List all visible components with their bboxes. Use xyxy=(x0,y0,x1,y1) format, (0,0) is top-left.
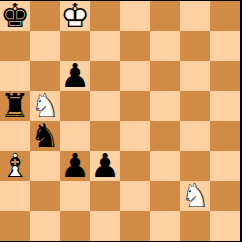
piece-white-bishop[interactable]: ♝♗ xyxy=(0,151,30,181)
square-e1[interactable] xyxy=(120,211,150,241)
square-d5[interactable] xyxy=(90,91,120,121)
square-h6[interactable] xyxy=(210,61,240,91)
square-c5[interactable] xyxy=(60,91,90,121)
piece-fill-glyph: ♞ xyxy=(30,121,60,151)
square-d6[interactable] xyxy=(90,61,120,91)
square-e3[interactable] xyxy=(120,151,150,181)
square-a1[interactable] xyxy=(0,211,30,241)
piece-black-knight[interactable]: ♞ xyxy=(30,121,60,151)
square-f6[interactable] xyxy=(150,61,180,91)
square-e7[interactable] xyxy=(120,31,150,61)
square-a5[interactable]: ♜ xyxy=(0,91,30,121)
square-h4[interactable] xyxy=(210,121,240,151)
square-e2[interactable] xyxy=(120,181,150,211)
square-g5[interactable] xyxy=(180,91,210,121)
square-b2[interactable] xyxy=(30,181,60,211)
piece-black-pawn[interactable]: ♟ xyxy=(60,61,90,91)
chess-board-grid: ♚♚♔♟♜♞♘♞♝♗♟♟♞♘ xyxy=(0,1,240,241)
chess-board: ♚♚♔♟♜♞♘♞♝♗♟♟♞♘ xyxy=(0,0,242,242)
square-f3[interactable] xyxy=(150,151,180,181)
piece-fill-glyph: ♜ xyxy=(0,91,30,121)
square-f5[interactable] xyxy=(150,91,180,121)
square-g1[interactable] xyxy=(180,211,210,241)
square-e4[interactable] xyxy=(120,121,150,151)
square-b3[interactable] xyxy=(30,151,60,181)
square-a3[interactable]: ♝♗ xyxy=(0,151,30,181)
square-c6[interactable]: ♟ xyxy=(60,61,90,91)
square-d1[interactable] xyxy=(90,211,120,241)
piece-white-knight[interactable]: ♞♘ xyxy=(180,181,210,211)
square-h3[interactable] xyxy=(210,151,240,181)
square-c2[interactable] xyxy=(60,181,90,211)
square-b7[interactable] xyxy=(30,31,60,61)
square-g2[interactable]: ♞♘ xyxy=(180,181,210,211)
square-h2[interactable] xyxy=(210,181,240,211)
square-g7[interactable] xyxy=(180,31,210,61)
square-f8[interactable] xyxy=(150,1,180,31)
square-c3[interactable]: ♟ xyxy=(60,151,90,181)
piece-fill-glyph: ♟ xyxy=(60,151,90,181)
square-d2[interactable] xyxy=(90,181,120,211)
square-f2[interactable] xyxy=(150,181,180,211)
square-f1[interactable] xyxy=(150,211,180,241)
square-b4[interactable]: ♞ xyxy=(30,121,60,151)
piece-outline-glyph: ♔ xyxy=(60,1,90,31)
piece-black-rook[interactable]: ♜ xyxy=(0,91,30,121)
square-d8[interactable] xyxy=(90,1,120,31)
square-g8[interactable] xyxy=(180,1,210,31)
square-b8[interactable] xyxy=(30,1,60,31)
piece-black-king[interactable]: ♚ xyxy=(0,1,30,31)
square-d7[interactable] xyxy=(90,31,120,61)
square-f7[interactable] xyxy=(150,31,180,61)
piece-white-king[interactable]: ♚♔ xyxy=(60,1,90,31)
square-h5[interactable] xyxy=(210,91,240,121)
square-h8[interactable] xyxy=(210,1,240,31)
square-e6[interactable] xyxy=(120,61,150,91)
piece-black-pawn[interactable]: ♟ xyxy=(60,151,90,181)
piece-outline-glyph: ♗ xyxy=(0,151,30,181)
square-g6[interactable] xyxy=(180,61,210,91)
square-e8[interactable] xyxy=(120,1,150,31)
square-c1[interactable] xyxy=(60,211,90,241)
piece-fill-glyph: ♟ xyxy=(90,151,120,181)
piece-black-pawn[interactable]: ♟ xyxy=(90,151,120,181)
piece-fill-glyph: ♚ xyxy=(0,1,30,31)
square-c8[interactable]: ♚♔ xyxy=(60,1,90,31)
square-h7[interactable] xyxy=(210,31,240,61)
piece-outline-glyph: ♘ xyxy=(180,181,210,211)
square-h1[interactable] xyxy=(210,211,240,241)
piece-fill-glyph: ♟ xyxy=(60,61,90,91)
square-a7[interactable] xyxy=(0,31,30,61)
square-a2[interactable] xyxy=(0,181,30,211)
square-f4[interactable] xyxy=(150,121,180,151)
square-g4[interactable] xyxy=(180,121,210,151)
square-e5[interactable] xyxy=(120,91,150,121)
square-d3[interactable]: ♟ xyxy=(90,151,120,181)
square-b1[interactable] xyxy=(30,211,60,241)
square-a8[interactable]: ♚ xyxy=(0,1,30,31)
